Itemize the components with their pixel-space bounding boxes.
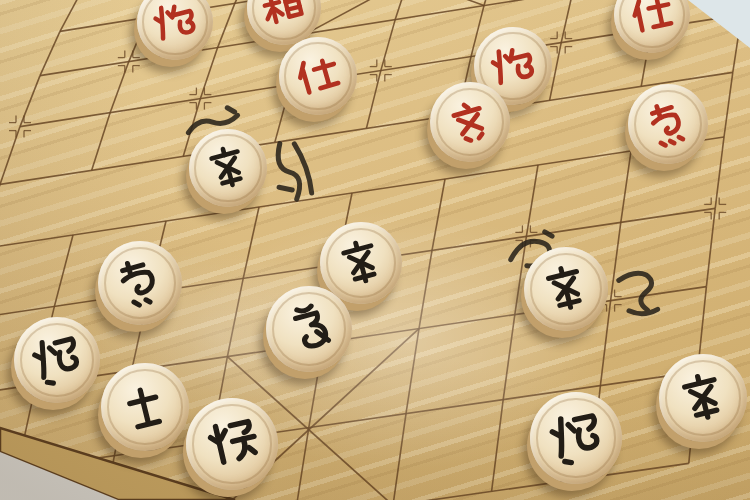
piece-black-soldier-i7[interactable] xyxy=(659,354,747,442)
piece-black-cannon-g9[interactable] xyxy=(530,392,622,484)
piece-black-soldier-e6[interactable] xyxy=(320,222,402,304)
piece-black-cannon-a7[interactable] xyxy=(14,317,100,403)
piece-black-general-e10[interactable] xyxy=(186,398,278,490)
piece-red-advisor-e2[interactable] xyxy=(279,37,357,115)
piece-black-advisor-d10[interactable] xyxy=(101,363,189,451)
piece-red-soldier-e4[interactable] xyxy=(430,82,510,162)
piece-black-horse-b6[interactable] xyxy=(98,241,182,325)
xiangqi-board-photo xyxy=(0,0,750,500)
cannon-glyph-icon xyxy=(540,402,612,474)
piece-red-horse-g3[interactable] xyxy=(628,84,708,164)
piece-black-elephant-e8[interactable] xyxy=(266,286,352,372)
piece-black-soldier-c3[interactable] xyxy=(189,129,267,207)
piece-black-soldier-g6[interactable] xyxy=(524,247,608,331)
